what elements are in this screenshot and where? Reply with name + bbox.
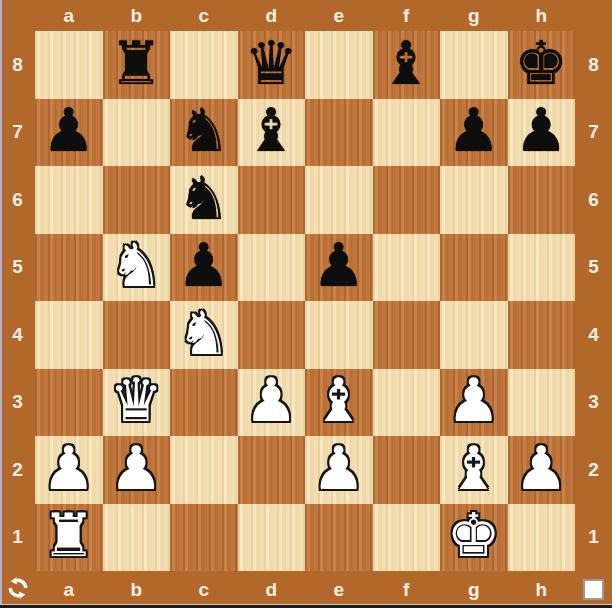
piece-black-pawn[interactable]: ♟	[447, 99, 501, 161]
piece-black-bishop[interactable]: ♝	[244, 99, 298, 161]
square-b2[interactable]: ♟	[103, 436, 171, 504]
white-square-icon	[583, 579, 604, 600]
square-g5[interactable]	[440, 234, 508, 302]
square-g4[interactable]	[440, 301, 508, 369]
square-a7[interactable]: ♟	[35, 99, 103, 167]
square-f5[interactable]	[373, 234, 441, 302]
square-a2[interactable]: ♟	[35, 436, 103, 504]
square-b3[interactable]: ♛	[103, 369, 171, 437]
square-d1[interactable]	[238, 504, 306, 572]
circular-arrows-icon	[6, 576, 30, 603]
square-f8[interactable]: ♝	[373, 31, 441, 99]
rank-label-2: 2	[588, 459, 599, 481]
chess-board-widget: abcdefgh 87654321 ♜♛♝♚♟♞♝♟♟♞♞♟♟♞♛♟♝♟♟♟♟♝…	[0, 0, 612, 608]
file-label-f: f	[373, 5, 441, 27]
square-g2[interactable]: ♝	[440, 436, 508, 504]
square-d2[interactable]	[238, 436, 306, 504]
square-d4[interactable]	[238, 301, 306, 369]
square-e6[interactable]	[305, 166, 373, 234]
square-e4[interactable]	[305, 301, 373, 369]
rank-label-5: 5	[12, 256, 23, 278]
rank-label-4: 4	[588, 324, 599, 346]
square-e8[interactable]	[305, 31, 373, 99]
rank-label-3: 3	[12, 391, 23, 413]
file-label-g: g	[440, 579, 508, 601]
square-a4[interactable]	[35, 301, 103, 369]
square-c5[interactable]: ♟	[170, 234, 238, 302]
piece-white-bishop[interactable]: ♝	[447, 437, 501, 499]
square-f3[interactable]	[373, 369, 441, 437]
square-a6[interactable]	[35, 166, 103, 234]
piece-white-knight[interactable]: ♞	[109, 234, 163, 296]
board-layout: abcdefgh 87654321 ♜♛♝♚♟♞♝♟♟♞♞♟♟♞♛♟♝♟♟♟♟♝…	[0, 0, 612, 608]
square-f1[interactable]	[373, 504, 441, 572]
square-a8[interactable]	[35, 31, 103, 99]
piece-white-pawn[interactable]: ♟	[42, 437, 96, 499]
square-b6[interactable]	[103, 166, 171, 234]
square-d6[interactable]	[238, 166, 306, 234]
rank-label-7: 7	[588, 121, 599, 143]
square-d7[interactable]: ♝	[238, 99, 306, 167]
square-c6[interactable]: ♞	[170, 166, 238, 234]
file-label-d: d	[238, 5, 306, 27]
rank-label-7: 7	[12, 121, 23, 143]
square-c7[interactable]: ♞	[170, 99, 238, 167]
square-h7[interactable]: ♟	[508, 99, 576, 167]
square-g6[interactable]	[440, 166, 508, 234]
square-h6[interactable]	[508, 166, 576, 234]
square-c2[interactable]	[170, 436, 238, 504]
square-f2[interactable]	[373, 436, 441, 504]
piece-black-knight[interactable]: ♞	[177, 167, 231, 229]
square-a3[interactable]	[35, 369, 103, 437]
rank-label-1: 1	[588, 526, 599, 548]
rank-label-2: 2	[12, 459, 23, 481]
square-e1[interactable]	[305, 504, 373, 572]
flip-board-button[interactable]	[5, 577, 31, 603]
file-label-h: h	[508, 579, 576, 601]
rank-label-1: 1	[12, 526, 23, 548]
rank-label-5: 5	[588, 256, 599, 278]
square-g1[interactable]: ♚	[440, 504, 508, 572]
piece-black-king[interactable]: ♚	[514, 32, 568, 94]
square-c1[interactable]	[170, 504, 238, 572]
square-e5[interactable]: ♟	[305, 234, 373, 302]
rank-label-3: 3	[588, 391, 599, 413]
square-b1[interactable]	[103, 504, 171, 572]
file-label-b: b	[103, 5, 171, 27]
file-label-e: e	[305, 579, 373, 601]
file-label-c: c	[170, 5, 238, 27]
piece-white-rook[interactable]: ♜	[42, 504, 96, 566]
rank-label-4: 4	[12, 324, 23, 346]
piece-white-pawn[interactable]: ♟	[447, 369, 501, 431]
square-c3[interactable]	[170, 369, 238, 437]
square-b4[interactable]	[103, 301, 171, 369]
corner-top-left	[0, 0, 35, 31]
square-f4[interactable]	[373, 301, 441, 369]
square-c4[interactable]: ♞	[170, 301, 238, 369]
square-g3[interactable]: ♟	[440, 369, 508, 437]
rank-labels-left: 87654321	[0, 31, 35, 571]
chess-board: ♜♛♝♚♟♞♝♟♟♞♞♟♟♞♛♟♝♟♟♟♟♝♟♜♚	[35, 31, 575, 571]
piece-black-pawn[interactable]: ♟	[177, 234, 231, 296]
file-label-a: a	[35, 579, 103, 601]
square-b5[interactable]: ♞	[103, 234, 171, 302]
corner-bottom-right	[575, 571, 612, 608]
file-label-d: d	[238, 579, 306, 601]
square-h1[interactable]	[508, 504, 576, 572]
rank-label-8: 8	[588, 54, 599, 76]
piece-black-bishop[interactable]: ♝	[379, 32, 433, 94]
piece-black-pawn[interactable]: ♟	[42, 99, 96, 161]
file-label-a: a	[35, 5, 103, 27]
square-g8[interactable]	[440, 31, 508, 99]
square-b7[interactable]	[103, 99, 171, 167]
rank-label-6: 6	[588, 189, 599, 211]
file-label-h: h	[508, 5, 576, 27]
piece-white-pawn[interactable]: ♟	[244, 369, 298, 431]
square-g7[interactable]: ♟	[440, 99, 508, 167]
file-labels-bottom: abcdefgh	[35, 571, 575, 608]
piece-white-pawn[interactable]: ♟	[109, 437, 163, 499]
square-b8[interactable]: ♜	[103, 31, 171, 99]
piece-black-knight[interactable]: ♞	[177, 99, 231, 161]
piece-white-pawn[interactable]: ♟	[312, 437, 366, 499]
square-e2[interactable]: ♟	[305, 436, 373, 504]
file-label-f: f	[373, 579, 441, 601]
square-h4[interactable]	[508, 301, 576, 369]
square-h3[interactable]	[508, 369, 576, 437]
square-a1[interactable]: ♜	[35, 504, 103, 572]
file-label-b: b	[103, 579, 171, 601]
square-f6[interactable]	[373, 166, 441, 234]
rank-label-6: 6	[12, 189, 23, 211]
square-h8[interactable]: ♚	[508, 31, 576, 99]
rank-labels-right: 87654321	[575, 31, 612, 571]
square-h5[interactable]	[508, 234, 576, 302]
corner-top-right	[575, 0, 612, 31]
piece-black-rook[interactable]: ♜	[109, 32, 163, 94]
square-e7[interactable]	[305, 99, 373, 167]
piece-black-pawn[interactable]: ♟	[312, 234, 366, 296]
square-d8[interactable]: ♛	[238, 31, 306, 99]
piece-white-pawn[interactable]: ♟	[514, 437, 568, 499]
piece-white-queen[interactable]: ♛	[109, 369, 163, 431]
file-label-g: g	[440, 5, 508, 27]
piece-white-bishop[interactable]: ♝	[312, 369, 366, 431]
piece-black-queen[interactable]: ♛	[244, 32, 298, 94]
square-a5[interactable]	[35, 234, 103, 302]
square-d3[interactable]: ♟	[238, 369, 306, 437]
piece-white-king[interactable]: ♚	[447, 504, 501, 566]
square-c8[interactable]	[170, 31, 238, 99]
left-edge-line	[0, 0, 2, 608]
file-labels-top: abcdefgh	[35, 0, 575, 31]
piece-black-pawn[interactable]: ♟	[514, 99, 568, 161]
square-e3[interactable]: ♝	[305, 369, 373, 437]
piece-white-knight[interactable]: ♞	[177, 302, 231, 364]
square-f7[interactable]	[373, 99, 441, 167]
file-label-e: e	[305, 5, 373, 27]
rank-label-8: 8	[12, 54, 23, 76]
corner-bottom-left	[0, 571, 35, 608]
square-h2[interactable]: ♟	[508, 436, 576, 504]
square-d5[interactable]	[238, 234, 306, 302]
file-label-c: c	[170, 579, 238, 601]
